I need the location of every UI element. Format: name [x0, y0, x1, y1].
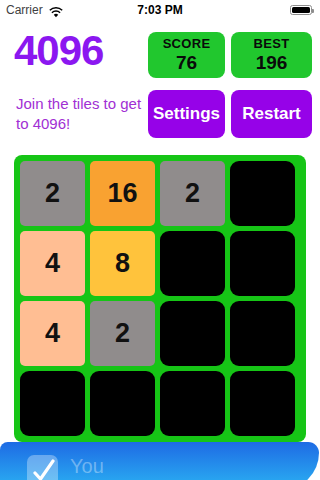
- tile-16-r1c2: 16: [90, 161, 155, 226]
- notification-banner[interactable]: You: [0, 442, 319, 480]
- empty-cell-r3c3: [160, 301, 225, 366]
- tile-2-r1c1: 2: [20, 161, 85, 226]
- tile-8-r2c2: 8: [90, 231, 155, 296]
- instruction-line1: Join the tiles to get: [16, 94, 166, 114]
- clock: 7:03 PM: [0, 3, 320, 17]
- game-board[interactable]: 21624842: [14, 155, 306, 442]
- empty-cell-r2c4: [230, 231, 295, 296]
- tile-4-r2c1: 4: [20, 231, 85, 296]
- tile-4-r3c1: 4: [20, 301, 85, 366]
- score-label: SCORE: [148, 36, 225, 51]
- instruction-text: Join the tiles to get to 4096!: [16, 94, 166, 134]
- restart-button[interactable]: Restart: [231, 90, 312, 138]
- best-label: BEST: [231, 36, 312, 51]
- app-title: 4096: [14, 26, 103, 76]
- empty-cell-r4c4: [230, 371, 295, 436]
- app-screen: Carrier 7:03 PM 4096 SCORE 76 BEST 196 J…: [0, 0, 320, 480]
- empty-cell-r4c1: [20, 371, 85, 436]
- checkmark-icon: [27, 455, 58, 480]
- empty-cell-r3c4: [230, 301, 295, 366]
- tile-2-r3c2: 2: [90, 301, 155, 366]
- tile-2-r1c3: 2: [160, 161, 225, 226]
- empty-cell-r4c2: [90, 371, 155, 436]
- settings-button[interactable]: Settings: [148, 90, 225, 138]
- banner-text: You: [70, 455, 104, 478]
- empty-cell-r1c4: [230, 161, 295, 226]
- status-bar: Carrier 7:03 PM: [0, 0, 320, 20]
- empty-cell-r4c3: [160, 371, 225, 436]
- empty-cell-r2c3: [160, 231, 225, 296]
- score-value: 76: [148, 52, 225, 74]
- best-value: 196: [231, 52, 312, 74]
- battery-icon: [290, 5, 312, 15]
- instruction-line2: to 4096!: [16, 114, 166, 134]
- score-box: SCORE 76: [148, 32, 225, 78]
- best-box: BEST 196: [231, 32, 312, 78]
